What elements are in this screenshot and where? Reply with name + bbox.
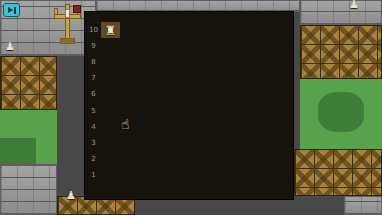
wall-bottom-right [344,196,382,215]
rank-label-6: 6 [87,87,100,103]
square-j1[interactable]: ♜ [101,22,120,38]
skip-play-icon[interactable] [3,3,20,17]
candelabra-left-candle [54,8,58,15]
candelabra-white-candle [65,9,70,18]
play-triangle-icon [8,7,13,13]
file-label-i: I [249,0,268,11]
wall-pawn-prop-left: ♟ [5,41,15,52]
rank-label-9: 9 [87,38,100,54]
rank-label-5: 5 [87,103,100,119]
grass-left-dark-patch [0,138,36,164]
play-bar-icon [14,7,16,14]
file-label-h: H [231,0,250,11]
white-rook[interactable]: ♜ [104,24,116,37]
wall-top-right [300,0,382,25]
game-scene: ♟ ♟ ♟ 10987654321 ♟♟♜♜♟♟♟♟♟♟♟♟♟♜♞♝♛♚♝♞♜ … [0,0,382,215]
grass-right-dark-patch [318,92,364,132]
file-label-a: A [101,0,120,11]
hand-cursor: ☝ [121,116,130,132]
file-label-b: B [120,0,139,11]
file-label-e: E [175,0,194,11]
chess-board[interactable]: ♟♟♜♜♟♟♟♟♟♟♟♟♟♜♞♝♛♚♝♞♜ [101,22,286,184]
file-label-j: J [268,0,287,11]
candelabra-base [60,38,75,44]
rank-label-10: 10 [87,22,100,38]
wall-pawn-prop-bottom: ♟ [66,190,76,201]
wall-bottom-left [0,164,57,215]
rank-label-2: 2 [87,152,100,168]
chess-board-frame: 10987654321 ♟♟♜♜♟♟♟♟♟♟♟♟♟♜♞♝♛♚♝♞♜ ABCDEF… [84,11,294,200]
rank-label-4: 4 [87,119,100,135]
crates-top-right [300,25,382,79]
wall-button [73,5,81,13]
file-label-f: F [194,0,213,11]
rank-label-8: 8 [87,54,100,70]
crates-left [0,56,57,110]
rank-label-1: 1 [87,168,100,184]
file-label-g: G [212,0,231,11]
wall-pawn-prop-top-right: ♟ [349,0,359,10]
rank-label-3: 3 [87,135,100,151]
file-label-c: C [138,0,157,11]
crates-bottom-right [294,149,382,196]
rank-label-7: 7 [87,71,100,87]
file-label-d: D [157,0,176,11]
